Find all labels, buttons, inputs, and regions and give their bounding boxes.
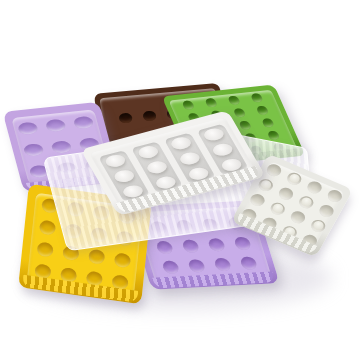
white-tray-center-dome xyxy=(201,127,226,143)
ivory-tray-right-egg xyxy=(271,202,285,214)
green-tray-hole xyxy=(250,93,264,103)
green-tray-hole xyxy=(261,118,275,128)
lavender-tray-bottom-hole xyxy=(207,238,226,252)
ivory-tray-right-hole xyxy=(309,218,328,234)
ivory-tray-right-egg xyxy=(288,172,302,184)
green-tray-hole xyxy=(204,97,218,107)
product-photo-canvas xyxy=(0,0,360,360)
green-tray-hole xyxy=(181,100,195,110)
ivory-tray-right-hole xyxy=(277,186,296,202)
ivory-tray-right-hole xyxy=(297,194,316,210)
green-tray-hole xyxy=(232,107,246,117)
white-tray-center-dome xyxy=(135,144,160,160)
lavender-tray-bottom-hole xyxy=(213,257,232,271)
lavender-tray-bottom-hole xyxy=(161,260,180,274)
ivory-tray-right-hole xyxy=(248,192,267,208)
green-tray-hole xyxy=(255,105,269,115)
lilac-tray-top-left-hole xyxy=(23,143,45,157)
brown-tray-hole xyxy=(118,113,133,124)
ivory-tray-right-hole xyxy=(305,179,324,195)
lavender-tray-bottom-hole xyxy=(239,256,258,270)
lilac-tray-top-left-hole xyxy=(17,122,39,136)
green-tray-hole xyxy=(266,130,280,140)
ivory-tray-right-hole xyxy=(256,177,275,193)
white-tray-center-dome xyxy=(103,153,128,169)
white-tray-center-dome xyxy=(210,142,235,158)
ivory-tray-right-egg xyxy=(300,196,314,208)
brown-tray-hole xyxy=(142,111,157,122)
white-tray-center-dome xyxy=(168,136,193,152)
white-tray-center-dome xyxy=(177,151,202,167)
yellow-tray-hole xyxy=(88,249,105,265)
lavender-tray-bottom-hole xyxy=(181,239,200,253)
ivory-tray-right-hole xyxy=(265,162,284,178)
lilac-tray-top-left-hole xyxy=(73,116,95,130)
ivory-tray-right-hole xyxy=(289,209,308,225)
white-tray-center-dome xyxy=(144,160,169,176)
ivory-tray-right-egg xyxy=(312,220,326,232)
lavender-tray-bottom-hole xyxy=(232,236,251,250)
yellow-tray-hole xyxy=(39,220,56,236)
green-tray-hole xyxy=(227,95,241,105)
ivory-tray-right-hole xyxy=(325,188,344,204)
ivory-tray-right-hole xyxy=(317,203,336,219)
white-tray-center-dome xyxy=(111,168,136,184)
lavender-tray-bottom-hole xyxy=(155,240,174,254)
lavender-tray-bottom-hole xyxy=(187,259,206,273)
ivory-tray-right-hole xyxy=(268,201,287,217)
yellow-tray-hole xyxy=(37,241,54,257)
ivory-tray-right-hole xyxy=(285,171,304,187)
lilac-tray-top-left-hole xyxy=(45,119,67,133)
lilac-tray-top-left-hole xyxy=(50,140,72,154)
ivory-tray-right-egg xyxy=(259,179,273,191)
green-tray-hole xyxy=(238,120,252,130)
yellow-tray-hole xyxy=(114,252,131,268)
